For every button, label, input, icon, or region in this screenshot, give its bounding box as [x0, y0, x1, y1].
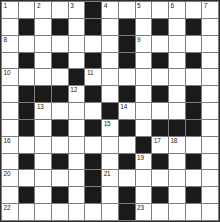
white-cell-r10c12[interactable]	[202, 170, 218, 186]
white-cell-r12c6[interactable]	[102, 204, 118, 220]
white-cell-r12c1[interactable]	[19, 204, 35, 220]
white-cell-r6c5[interactable]	[85, 103, 101, 119]
black-cell-r5c1	[19, 86, 35, 102]
white-cell-r5c10[interactable]	[169, 86, 185, 102]
clue-number-11: 11	[87, 69, 93, 77]
white-cell-r6c12[interactable]	[202, 103, 218, 119]
black-cell-r4c4	[69, 69, 85, 85]
black-cell-r7c3	[52, 120, 68, 136]
white-cell-r2c0[interactable]: 8	[2, 36, 18, 52]
white-cell-r8c1[interactable]	[19, 137, 35, 153]
black-cell-r1c9	[152, 19, 168, 35]
white-cell-r10c11[interactable]	[186, 170, 202, 186]
white-cell-r1c6[interactable]	[102, 19, 118, 35]
white-cell-r3c2[interactable]	[35, 53, 51, 69]
white-cell-r0c10[interactable]: 6	[169, 2, 185, 18]
clue-number-18: 18	[170, 137, 177, 145]
black-cell-r5c3	[52, 86, 68, 102]
black-cell-r10c5	[85, 170, 101, 186]
black-cell-r9c7	[119, 154, 135, 170]
clue-number-20: 20	[4, 170, 11, 178]
white-cell-r9c0[interactable]	[2, 154, 18, 170]
white-cell-r0c7[interactable]	[119, 2, 135, 18]
white-cell-r10c6[interactable]: 21	[102, 170, 118, 186]
white-cell-r12c8[interactable]: 23	[136, 204, 152, 220]
black-cell-r5c7	[119, 86, 135, 102]
white-cell-r8c11[interactable]	[186, 137, 202, 153]
white-cell-r8c2[interactable]	[35, 137, 51, 153]
white-cell-r8c7[interactable]	[119, 137, 135, 153]
white-cell-r12c3[interactable]	[52, 204, 68, 220]
black-cell-r6c1	[19, 103, 35, 119]
white-cell-r4c3[interactable]	[52, 69, 68, 85]
clue-number-14: 14	[120, 103, 127, 111]
white-cell-r12c9[interactable]	[152, 204, 168, 220]
clue-number-6: 6	[170, 2, 173, 10]
white-cell-r1c0[interactable]	[2, 19, 18, 35]
white-cell-r4c12[interactable]	[202, 69, 218, 85]
white-cell-r0c6[interactable]: 4	[102, 2, 118, 18]
white-cell-r8c5[interactable]	[85, 137, 101, 153]
black-cell-r7c5	[85, 120, 101, 136]
clue-number-1: 1	[4, 2, 7, 10]
white-cell-r10c3[interactable]	[52, 170, 68, 186]
white-cell-r6c3[interactable]	[52, 103, 68, 119]
white-cell-r12c0[interactable]: 22	[2, 204, 18, 220]
white-cell-r11c12[interactable]	[202, 187, 218, 203]
white-cell-r4c8[interactable]	[136, 69, 152, 85]
white-cell-r10c1[interactable]	[19, 170, 35, 186]
clue-number-22: 22	[4, 204, 11, 212]
white-cell-r0c1[interactable]	[19, 2, 35, 18]
white-cell-r11c4[interactable]	[69, 187, 85, 203]
black-cell-r1c3	[52, 19, 68, 35]
white-cell-r0c2[interactable]: 2	[35, 2, 51, 18]
white-cell-r8c0[interactable]: 16	[2, 137, 18, 153]
white-cell-r3c8[interactable]	[136, 53, 152, 69]
black-cell-r7c1	[19, 120, 35, 136]
white-cell-r3c12[interactable]	[202, 53, 218, 69]
white-cell-r9c10[interactable]	[169, 154, 185, 170]
black-cell-r11c1	[19, 187, 35, 203]
black-cell-r1c1	[19, 19, 35, 35]
black-cell-r3c11	[186, 53, 202, 69]
white-cell-r6c7[interactable]: 14	[119, 103, 135, 119]
black-cell-r9c5	[85, 154, 101, 170]
clue-number-4: 4	[104, 2, 107, 10]
white-cell-r4c2[interactable]	[35, 69, 51, 85]
clue-number-9: 9	[137, 36, 140, 44]
white-cell-r3c0[interactable]	[2, 53, 18, 69]
white-cell-r6c4[interactable]	[69, 103, 85, 119]
black-cell-r1c5	[85, 19, 101, 35]
white-cell-r8c10[interactable]: 18	[169, 137, 185, 153]
black-cell-r5c5	[85, 86, 101, 102]
white-cell-r0c4[interactable]: 3	[69, 2, 85, 18]
white-cell-r1c12[interactable]	[202, 19, 218, 35]
white-cell-r0c12[interactable]: 7	[202, 2, 218, 18]
white-cell-r12c12[interactable]	[202, 204, 218, 220]
black-cell-r5c9	[152, 86, 168, 102]
white-cell-r12c10[interactable]	[169, 204, 185, 220]
black-cell-r9c11	[186, 154, 202, 170]
clue-number-5: 5	[137, 2, 140, 10]
white-cell-r10c9[interactable]	[152, 170, 168, 186]
white-cell-r1c10[interactable]	[169, 19, 185, 35]
white-cell-r12c11[interactable]	[186, 204, 202, 220]
white-cell-r5c4[interactable]: 12	[69, 86, 85, 102]
black-cell-r1c11	[186, 19, 202, 35]
white-cell-r0c0[interactable]: 1	[2, 2, 18, 18]
white-cell-r6c0[interactable]	[2, 103, 18, 119]
white-cell-r1c8[interactable]	[136, 19, 152, 35]
clue-number-15: 15	[104, 120, 111, 128]
white-cell-r4c9[interactable]	[152, 69, 168, 85]
white-cell-r11c0[interactable]	[2, 187, 18, 203]
white-cell-r2c9[interactable]	[152, 36, 168, 52]
black-cell-r9c9	[152, 154, 168, 170]
black-cell-r6c6	[102, 103, 118, 119]
white-cell-r8c9[interactable]: 17	[152, 137, 168, 153]
black-cell-r9c3	[52, 154, 68, 170]
black-cell-r1c7	[119, 19, 135, 35]
black-cell-r11c5	[85, 187, 101, 203]
black-cell-r11c3	[52, 187, 68, 203]
black-cell-r11c7	[119, 187, 135, 203]
white-cell-r9c12[interactable]	[202, 154, 218, 170]
white-cell-r5c6[interactable]	[102, 86, 118, 102]
clue-number-7: 7	[204, 2, 207, 10]
white-cell-r9c2[interactable]	[35, 154, 51, 170]
white-cell-r2c6[interactable]	[102, 36, 118, 52]
white-cell-r8c12[interactable]	[202, 137, 218, 153]
white-cell-r1c4[interactable]	[69, 19, 85, 35]
white-cell-r7c6[interactable]: 15	[102, 120, 118, 136]
clue-number-12: 12	[70, 86, 77, 94]
black-cell-r7c10	[169, 120, 185, 136]
clue-number-8: 8	[4, 36, 7, 44]
white-cell-r10c10[interactable]	[169, 170, 185, 186]
clue-number-17: 17	[154, 137, 161, 145]
white-cell-r2c5[interactable]	[85, 36, 101, 52]
white-cell-r3c6[interactable]	[102, 53, 118, 69]
white-cell-r4c7[interactable]	[119, 69, 135, 85]
white-cell-r6c9[interactable]	[152, 103, 168, 119]
white-cell-r6c8[interactable]	[136, 103, 152, 119]
white-cell-r12c4[interactable]	[69, 204, 85, 220]
white-cell-r7c12[interactable]	[202, 120, 218, 136]
clue-number-21: 21	[104, 170, 111, 178]
white-cell-r1c2[interactable]	[35, 19, 51, 35]
white-cell-r10c4[interactable]	[69, 170, 85, 186]
white-cell-r9c8[interactable]: 19	[136, 154, 152, 170]
black-cell-r3c5	[85, 53, 101, 69]
white-cell-r4c5[interactable]: 11	[85, 69, 101, 85]
white-cell-r4c6[interactable]	[102, 69, 118, 85]
white-cell-r4c10[interactable]	[169, 69, 185, 85]
clue-number-10: 10	[4, 69, 11, 77]
white-cell-r10c7[interactable]	[119, 170, 135, 186]
white-cell-r3c10[interactable]	[169, 53, 185, 69]
black-cell-r3c3	[52, 53, 68, 69]
white-cell-r7c2[interactable]	[35, 120, 51, 136]
white-cell-r2c2[interactable]	[35, 36, 51, 52]
black-cell-r7c11	[186, 120, 202, 136]
white-cell-r9c6[interactable]	[102, 154, 118, 170]
black-cell-r6c11	[186, 103, 202, 119]
black-cell-r11c9	[152, 187, 168, 203]
white-cell-r7c4[interactable]	[69, 120, 85, 136]
white-cell-r4c0[interactable]: 10	[2, 69, 18, 85]
white-cell-r5c12[interactable]	[202, 86, 218, 102]
black-cell-r9c1	[19, 154, 35, 170]
white-cell-r2c1[interactable]	[19, 36, 35, 52]
white-cell-r5c8[interactable]	[136, 86, 152, 102]
white-cell-r11c10[interactable]	[169, 187, 185, 203]
white-cell-r10c2[interactable]	[35, 170, 51, 186]
black-cell-r5c2	[35, 86, 51, 102]
white-cell-r0c9[interactable]	[152, 2, 168, 18]
white-cell-r7c8[interactable]	[136, 120, 152, 136]
black-cell-r0c5	[85, 2, 101, 18]
black-cell-r3c9	[152, 53, 168, 69]
white-cell-r2c8[interactable]: 9	[136, 36, 152, 52]
white-cell-r8c6[interactable]	[102, 137, 118, 153]
clue-number-19: 19	[137, 154, 144, 162]
white-cell-r6c10[interactable]	[169, 103, 185, 119]
black-cell-r12c7	[119, 204, 135, 220]
white-cell-r7c0[interactable]	[2, 120, 18, 136]
black-cell-r8c8	[136, 137, 152, 153]
crossword-grid: 1234567891011121314151617181920212223	[0, 0, 220, 222]
white-cell-r2c3[interactable]	[52, 36, 68, 52]
white-cell-r10c0[interactable]: 20	[2, 170, 18, 186]
white-cell-r2c12[interactable]	[202, 36, 218, 52]
white-cell-r2c10[interactable]	[169, 36, 185, 52]
white-cell-r4c11[interactable]	[186, 69, 202, 85]
white-cell-r0c8[interactable]: 5	[136, 2, 152, 18]
white-cell-r0c11[interactable]	[186, 2, 202, 18]
clue-number-16: 16	[4, 137, 11, 145]
white-cell-r2c11[interactable]	[186, 36, 202, 52]
black-cell-r7c9	[152, 120, 168, 136]
clue-number-2: 2	[37, 2, 40, 10]
white-cell-r8c4[interactable]	[69, 137, 85, 153]
white-cell-r2c4[interactable]	[69, 36, 85, 52]
white-cell-r11c2[interactable]	[35, 187, 51, 203]
white-cell-r11c6[interactable]	[102, 187, 118, 203]
black-cell-r11c11	[186, 187, 202, 203]
white-cell-r0c3[interactable]	[52, 2, 68, 18]
black-cell-r5c11	[186, 86, 202, 102]
white-cell-r6c2[interactable]: 13	[35, 103, 51, 119]
black-cell-r3c7	[119, 53, 135, 69]
clue-number-23: 23	[137, 204, 144, 212]
black-cell-r3c1	[19, 53, 35, 69]
clue-number-13: 13	[37, 103, 44, 111]
white-cell-r10c8[interactable]	[136, 170, 152, 186]
white-cell-r9c4[interactable]	[69, 154, 85, 170]
black-cell-r2c7	[119, 36, 135, 52]
white-cell-r12c2[interactable]	[35, 204, 51, 220]
clue-number-3: 3	[70, 2, 73, 10]
white-cell-r12c5[interactable]	[85, 204, 101, 220]
white-cell-r5c0[interactable]	[2, 86, 18, 102]
white-cell-r8c3[interactable]	[52, 137, 68, 153]
white-cell-r3c4[interactable]	[69, 53, 85, 69]
white-cell-r4c1[interactable]	[19, 69, 35, 85]
white-cell-r11c8[interactable]	[136, 187, 152, 203]
black-cell-r7c7	[119, 120, 135, 136]
